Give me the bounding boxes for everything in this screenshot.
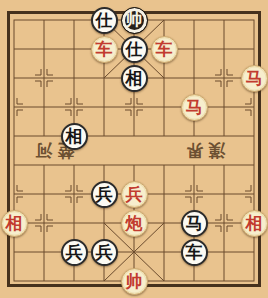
piece-red-elephant[interactable]: 相: [1, 210, 28, 237]
piece-red-elephant[interactable]: 相: [241, 210, 268, 237]
piece-red-chariot[interactable]: 车: [151, 36, 178, 63]
piece-black-advisor[interactable]: 仕: [91, 7, 118, 34]
piece-red-cannon[interactable]: 炮: [121, 210, 148, 237]
piece-black-elephant[interactable]: 相: [121, 65, 148, 92]
pieces-layer: 仕帅车仕车相马马相兵兵相炮马相兵兵车帅: [0, 0, 268, 298]
piece-red-chariot[interactable]: 车: [91, 36, 118, 63]
piece-black-advisor[interactable]: 仕: [121, 36, 148, 63]
piece-red-general[interactable]: 帅: [121, 268, 148, 295]
piece-black-general[interactable]: 帅: [121, 7, 148, 34]
piece-black-soldier[interactable]: 兵: [91, 181, 118, 208]
piece-red-horse[interactable]: 马: [241, 65, 268, 92]
xiangqi-board: 楚河 漢界 仕帅车仕车相马马相兵兵相炮马相兵兵车帅: [0, 0, 268, 298]
piece-black-chariot[interactable]: 车: [181, 239, 208, 266]
piece-black-soldier[interactable]: 兵: [91, 239, 118, 266]
piece-black-horse[interactable]: 马: [181, 210, 208, 237]
piece-red-soldier[interactable]: 兵: [121, 181, 148, 208]
piece-red-horse[interactable]: 马: [181, 94, 208, 121]
piece-black-soldier[interactable]: 兵: [61, 239, 88, 266]
piece-black-elephant[interactable]: 相: [61, 123, 88, 150]
